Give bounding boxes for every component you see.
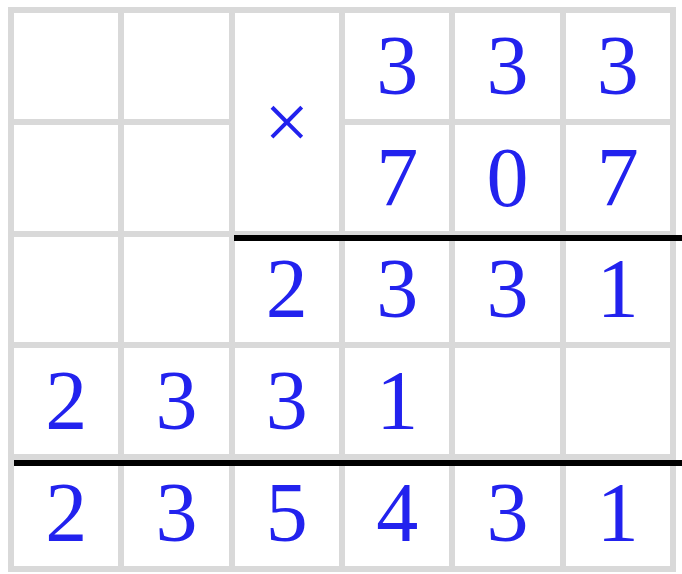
cell-r3c1 (14, 237, 118, 343)
cell-r2c6: 7 (566, 125, 670, 231)
cell-r5c1: 2 (14, 460, 118, 566)
cell-r4c3: 3 (235, 348, 339, 454)
cell-r3c6: 1 (566, 237, 670, 343)
cell-r4c4: 1 (345, 348, 449, 454)
cell-r5c5: 3 (455, 460, 559, 566)
cell-r3c3: 2 (235, 237, 339, 343)
cell-r2c2 (124, 125, 228, 231)
cell-r1c6: 3 (566, 13, 670, 119)
cell-r2c5: 0 (455, 125, 559, 231)
cell-r2c1 (14, 125, 118, 231)
cell-r5c2: 3 (124, 460, 228, 566)
cell-r4c2: 3 (124, 348, 228, 454)
cell-r3c4: 3 (345, 237, 449, 343)
cell-r3c2 (124, 237, 228, 343)
cell-r5c6: 1 (566, 460, 670, 566)
worksheet-canvas: × 3 3 3 7 0 7 2 3 3 1 2 3 3 1 2 3 5 4 3 … (0, 0, 682, 574)
cell-r4c5 (455, 348, 559, 454)
cell-r2c4: 7 (345, 125, 449, 231)
multiplication-grid: × 3 3 3 7 0 7 2 3 3 1 2 3 3 1 2 3 5 4 3 … (8, 7, 676, 572)
cell-r5c3: 5 (235, 460, 339, 566)
cell-r1c5: 3 (455, 13, 559, 119)
multiply-sign-cell: × (235, 13, 339, 231)
cell-r3c5: 3 (455, 237, 559, 343)
cell-r1c4: 3 (345, 13, 449, 119)
product-rule-line (14, 460, 682, 466)
cell-r1c1 (14, 13, 118, 119)
cell-r4c1: 2 (14, 348, 118, 454)
cell-r4c6 (566, 348, 670, 454)
cell-r1c2 (124, 13, 228, 119)
multiplier-rule-line (234, 235, 682, 241)
cell-r5c4: 4 (345, 460, 449, 566)
